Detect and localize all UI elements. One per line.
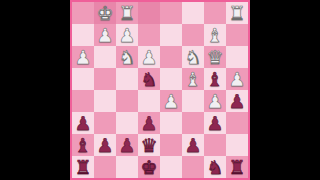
black-rook: ♜: [228, 156, 245, 178]
square-f4[interactable]: [116, 68, 138, 90]
square-a5[interactable]: ♟: [226, 90, 248, 112]
white-pawn: ♟: [74, 46, 91, 68]
white-bishop: ♝: [184, 68, 201, 90]
black-rook: ♜: [74, 156, 91, 178]
square-g4[interactable]: [94, 68, 116, 90]
square-f6[interactable]: [116, 112, 138, 134]
square-b3[interactable]: ♛: [204, 46, 226, 68]
square-h7[interactable]: ♝: [72, 134, 94, 156]
square-h6[interactable]: ♟: [72, 112, 94, 134]
black-pawn: ♟: [118, 134, 135, 156]
square-e2[interactable]: [138, 24, 160, 46]
black-pawn: ♟: [206, 112, 223, 134]
square-c5[interactable]: [182, 90, 204, 112]
square-f3[interactable]: ♞: [116, 46, 138, 68]
square-b8[interactable]: ♞: [204, 156, 226, 178]
square-b2[interactable]: ♝: [204, 24, 226, 46]
white-pawn: ♟: [96, 24, 113, 46]
square-b4[interactable]: ♝: [204, 68, 226, 90]
square-a1[interactable]: ♜: [226, 2, 248, 24]
square-h3[interactable]: ♟: [72, 46, 94, 68]
square-a6[interactable]: [226, 112, 248, 134]
square-e1[interactable]: [138, 2, 160, 24]
square-h2[interactable]: [72, 24, 94, 46]
square-c3[interactable]: ♞: [182, 46, 204, 68]
square-f2[interactable]: ♟: [116, 24, 138, 46]
square-a4[interactable]: ♟: [226, 68, 248, 90]
white-pawn: ♟: [118, 24, 135, 46]
square-d8[interactable]: [160, 156, 182, 178]
square-d6[interactable]: [160, 112, 182, 134]
white-knight: ♞: [118, 46, 135, 68]
black-bishop: ♝: [206, 68, 223, 90]
square-f8[interactable]: [116, 156, 138, 178]
square-h4[interactable]: [72, 68, 94, 90]
black-pawn: ♟: [140, 112, 157, 134]
white-pawn: ♟: [206, 90, 223, 112]
square-g5[interactable]: [94, 90, 116, 112]
black-king: ♚: [140, 156, 157, 178]
black-bishop: ♝: [74, 134, 91, 156]
square-c8[interactable]: [182, 156, 204, 178]
square-e7[interactable]: ♛: [138, 134, 160, 156]
black-pawn: ♟: [228, 90, 245, 112]
white-rook: ♜: [118, 2, 135, 24]
square-e5[interactable]: [138, 90, 160, 112]
square-a2[interactable]: [226, 24, 248, 46]
white-queen: ♛: [206, 46, 223, 68]
square-a7[interactable]: [226, 134, 248, 156]
square-b7[interactable]: [204, 134, 226, 156]
square-h5[interactable]: [72, 90, 94, 112]
square-c4[interactable]: ♝: [182, 68, 204, 90]
square-f5[interactable]: [116, 90, 138, 112]
square-h8[interactable]: ♜: [72, 156, 94, 178]
black-pawn: ♟: [96, 134, 113, 156]
white-pawn: ♟: [228, 68, 245, 90]
square-d5[interactable]: ♟: [160, 90, 182, 112]
square-g8[interactable]: [94, 156, 116, 178]
square-g1[interactable]: ♚: [94, 2, 116, 24]
square-d4[interactable]: [160, 68, 182, 90]
square-e3[interactable]: ♟: [138, 46, 160, 68]
square-c6[interactable]: [182, 112, 204, 134]
square-b5[interactable]: ♟: [204, 90, 226, 112]
black-pawn: ♟: [74, 112, 91, 134]
square-a8[interactable]: ♜: [226, 156, 248, 178]
chess-board: ♚♜♜♟♟♝♟♞♟♞♛♞♝♝♟♟♟♟♟♟♟♝♟♟♛♟♜♚♞♜: [72, 2, 248, 178]
black-queen: ♛: [140, 134, 157, 156]
square-g2[interactable]: ♟: [94, 24, 116, 46]
square-b6[interactable]: ♟: [204, 112, 226, 134]
black-pawn: ♟: [184, 134, 201, 156]
square-e8[interactable]: ♚: [138, 156, 160, 178]
square-c1[interactable]: [182, 2, 204, 24]
white-pawn: ♟: [162, 90, 179, 112]
square-c7[interactable]: ♟: [182, 134, 204, 156]
white-knight: ♞: [184, 46, 201, 68]
square-g7[interactable]: ♟: [94, 134, 116, 156]
square-c2[interactable]: [182, 24, 204, 46]
white-king: ♚: [96, 2, 113, 24]
square-f1[interactable]: ♜: [116, 2, 138, 24]
square-e4[interactable]: ♞: [138, 68, 160, 90]
white-rook: ♜: [228, 2, 245, 24]
square-e6[interactable]: ♟: [138, 112, 160, 134]
square-d7[interactable]: [160, 134, 182, 156]
square-d3[interactable]: [160, 46, 182, 68]
black-knight: ♞: [206, 156, 223, 178]
square-b1[interactable]: [204, 2, 226, 24]
square-g6[interactable]: [94, 112, 116, 134]
white-pawn: ♟: [140, 46, 157, 68]
black-knight: ♞: [140, 68, 157, 90]
chess-board-frame: ♚♜♜♟♟♝♟♞♟♞♛♞♝♝♟♟♟♟♟♟♟♝♟♟♛♟♜♚♞♜: [70, 0, 250, 180]
square-f7[interactable]: ♟: [116, 134, 138, 156]
square-d1[interactable]: [160, 2, 182, 24]
white-bishop: ♝: [206, 24, 223, 46]
square-g3[interactable]: [94, 46, 116, 68]
square-h1[interactable]: [72, 2, 94, 24]
square-a3[interactable]: [226, 46, 248, 68]
square-d2[interactable]: [160, 24, 182, 46]
